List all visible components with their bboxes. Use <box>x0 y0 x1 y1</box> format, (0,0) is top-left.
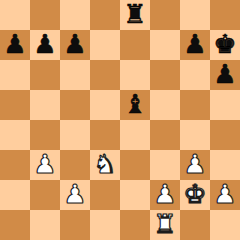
square-g5[interactable] <box>180 90 210 120</box>
square-d3[interactable]: ♞ <box>90 150 120 180</box>
square-a2[interactable] <box>0 180 30 210</box>
square-f7[interactable] <box>150 30 180 60</box>
square-g2[interactable]: ♚ <box>180 180 210 210</box>
piece-white-pawn[interactable]: ♟ <box>183 149 206 179</box>
square-f3[interactable] <box>150 150 180 180</box>
square-h3[interactable] <box>210 150 240 180</box>
piece-black-pawn[interactable]: ♟ <box>3 29 26 59</box>
square-e8[interactable]: ♜ <box>120 0 150 30</box>
chess-board: ♜♟♟♟♟♚♟♝♟♞♟♟♟♚♟♜ <box>0 0 240 240</box>
square-h8[interactable] <box>210 0 240 30</box>
square-c8[interactable] <box>60 0 90 30</box>
square-f6[interactable] <box>150 60 180 90</box>
piece-white-king[interactable]: ♚ <box>183 179 206 209</box>
square-a5[interactable] <box>0 90 30 120</box>
square-a6[interactable] <box>0 60 30 90</box>
piece-white-pawn[interactable]: ♟ <box>153 179 176 209</box>
square-c6[interactable] <box>60 60 90 90</box>
square-e6[interactable] <box>120 60 150 90</box>
square-f5[interactable] <box>150 90 180 120</box>
square-f8[interactable] <box>150 0 180 30</box>
square-h7[interactable]: ♚ <box>210 30 240 60</box>
square-b3[interactable]: ♟ <box>30 150 60 180</box>
square-e2[interactable] <box>120 180 150 210</box>
square-d4[interactable] <box>90 120 120 150</box>
square-e3[interactable] <box>120 150 150 180</box>
square-g1[interactable] <box>180 210 210 240</box>
square-h1[interactable] <box>210 210 240 240</box>
square-c1[interactable] <box>60 210 90 240</box>
square-f1[interactable]: ♜ <box>150 210 180 240</box>
piece-white-pawn[interactable]: ♟ <box>33 149 56 179</box>
square-e1[interactable] <box>120 210 150 240</box>
piece-black-bishop[interactable]: ♝ <box>123 89 146 119</box>
square-d8[interactable] <box>90 0 120 30</box>
square-c4[interactable] <box>60 120 90 150</box>
square-e4[interactable] <box>120 120 150 150</box>
square-a3[interactable] <box>0 150 30 180</box>
piece-white-pawn[interactable]: ♟ <box>63 179 86 209</box>
square-d1[interactable] <box>90 210 120 240</box>
square-b8[interactable] <box>30 0 60 30</box>
piece-black-pawn[interactable]: ♟ <box>33 29 56 59</box>
piece-white-rook[interactable]: ♜ <box>153 209 176 239</box>
square-c7[interactable]: ♟ <box>60 30 90 60</box>
piece-white-pawn[interactable]: ♟ <box>213 179 236 209</box>
piece-black-pawn[interactable]: ♟ <box>183 29 206 59</box>
square-h5[interactable] <box>210 90 240 120</box>
piece-black-rook[interactable]: ♜ <box>123 0 146 29</box>
square-c5[interactable] <box>60 90 90 120</box>
square-b7[interactable]: ♟ <box>30 30 60 60</box>
square-a7[interactable]: ♟ <box>0 30 30 60</box>
square-g6[interactable] <box>180 60 210 90</box>
piece-black-king[interactable]: ♚ <box>213 29 236 59</box>
square-h6[interactable]: ♟ <box>210 60 240 90</box>
square-a8[interactable] <box>0 0 30 30</box>
square-h2[interactable]: ♟ <box>210 180 240 210</box>
square-a4[interactable] <box>0 120 30 150</box>
square-b2[interactable] <box>30 180 60 210</box>
square-h4[interactable] <box>210 120 240 150</box>
square-e5[interactable]: ♝ <box>120 90 150 120</box>
square-a1[interactable] <box>0 210 30 240</box>
square-g3[interactable]: ♟ <box>180 150 210 180</box>
square-e7[interactable] <box>120 30 150 60</box>
square-g4[interactable] <box>180 120 210 150</box>
square-g7[interactable]: ♟ <box>180 30 210 60</box>
square-c3[interactable] <box>60 150 90 180</box>
square-f4[interactable] <box>150 120 180 150</box>
square-d5[interactable] <box>90 90 120 120</box>
square-g8[interactable] <box>180 0 210 30</box>
piece-white-knight[interactable]: ♞ <box>93 149 116 179</box>
piece-black-pawn[interactable]: ♟ <box>213 59 236 89</box>
square-b4[interactable] <box>30 120 60 150</box>
square-c2[interactable]: ♟ <box>60 180 90 210</box>
piece-black-pawn[interactable]: ♟ <box>63 29 86 59</box>
square-d2[interactable] <box>90 180 120 210</box>
square-b5[interactable] <box>30 90 60 120</box>
square-d6[interactable] <box>90 60 120 90</box>
square-b1[interactable] <box>30 210 60 240</box>
square-b6[interactable] <box>30 60 60 90</box>
square-d7[interactable] <box>90 30 120 60</box>
square-f2[interactable]: ♟ <box>150 180 180 210</box>
